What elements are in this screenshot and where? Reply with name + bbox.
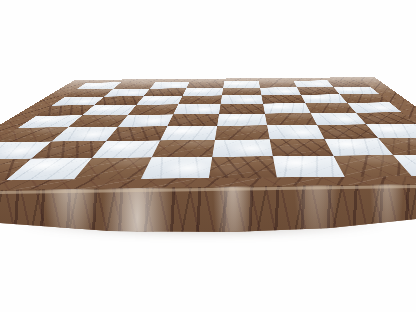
square-c4 (118, 114, 174, 126)
square-d1 (141, 157, 212, 179)
chessboard-grid (0, 80, 416, 181)
square-d4 (167, 114, 219, 126)
product-photo-scene (0, 0, 416, 312)
square-e3 (215, 125, 270, 140)
square-h4 (356, 112, 416, 124)
square-h5 (347, 102, 401, 112)
square-d6 (178, 95, 222, 104)
square-c3 (106, 126, 168, 141)
square-e2 (212, 139, 272, 157)
square-d2 (152, 140, 215, 158)
square-d5 (173, 104, 220, 114)
square-f4 (265, 113, 317, 125)
square-e4 (217, 114, 267, 126)
chessboard-top (0, 77, 416, 193)
square-c5 (128, 104, 179, 114)
square-e1 (209, 156, 277, 178)
square-e5 (219, 104, 265, 114)
square-d3 (160, 126, 217, 141)
square-f5 (263, 103, 311, 113)
board-tilt-wrapper (0, 0, 416, 312)
square-f3 (267, 125, 324, 139)
square-f1 (273, 156, 345, 178)
square-f2 (269, 139, 333, 157)
